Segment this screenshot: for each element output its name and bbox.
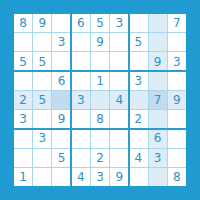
- cell-r6c5[interactable]: 8: [91, 110, 109, 128]
- cell-r9c2[interactable]: [33, 168, 51, 186]
- cell-r5c1[interactable]: 2: [14, 91, 32, 109]
- cell-r8c1[interactable]: [14, 149, 32, 167]
- cell-r7c9[interactable]: [168, 129, 186, 147]
- cell-r8c2[interactable]: [33, 149, 51, 167]
- cell-r7c8[interactable]: 6: [149, 129, 167, 147]
- cell-r8c7[interactable]: 4: [129, 149, 147, 167]
- cell-r8c4[interactable]: [72, 149, 90, 167]
- cell-r6c9[interactable]: [168, 110, 186, 128]
- cell-r1c4[interactable]: 6: [72, 14, 90, 32]
- cell-r7c3[interactable]: [52, 129, 70, 147]
- cell-r6c6[interactable]: [110, 110, 128, 128]
- cell-r7c5[interactable]: [91, 129, 109, 147]
- cell-r3c7[interactable]: [129, 52, 147, 70]
- cell-r3c1[interactable]: 5: [14, 52, 32, 70]
- cell-r9c8[interactable]: [149, 168, 167, 186]
- cell-r2c2[interactable]: [33, 33, 51, 51]
- cell-r2c4[interactable]: [72, 33, 90, 51]
- cell-r3c3[interactable]: [52, 52, 70, 70]
- cell-r5c7[interactable]: [129, 91, 147, 109]
- cell-r9c6[interactable]: 9: [110, 168, 128, 186]
- cell-r8c3[interactable]: 5: [52, 149, 70, 167]
- cell-r4c7[interactable]: 3: [129, 72, 147, 90]
- cell-r2c7[interactable]: 5: [129, 33, 147, 51]
- cell-r4c1[interactable]: [14, 72, 32, 90]
- cell-r7c2[interactable]: 3: [33, 129, 51, 147]
- cell-r8c8[interactable]: 3: [149, 149, 167, 167]
- cell-r4c5[interactable]: 1: [91, 72, 109, 90]
- cell-r3c2[interactable]: 5: [33, 52, 51, 70]
- cell-r9c5[interactable]: 3: [91, 168, 109, 186]
- cell-r1c3[interactable]: [52, 14, 70, 32]
- cell-r3c4[interactable]: [72, 52, 90, 70]
- sudoku-board: 8965373955593613253479398236524314398: [14, 14, 186, 186]
- cell-r5c3[interactable]: [52, 91, 70, 109]
- cell-r5c9[interactable]: 9: [168, 91, 186, 109]
- cell-r2c6[interactable]: [110, 33, 128, 51]
- cell-r2c3[interactable]: 3: [52, 33, 70, 51]
- cell-r1c8[interactable]: [149, 14, 167, 32]
- cell-r1c5[interactable]: 5: [91, 14, 109, 32]
- cell-r2c1[interactable]: [14, 33, 32, 51]
- cell-r6c7[interactable]: 2: [129, 110, 147, 128]
- cell-r6c4[interactable]: [72, 110, 90, 128]
- cell-r8c6[interactable]: [110, 149, 128, 167]
- cell-r9c7[interactable]: [129, 168, 147, 186]
- cell-r1c1[interactable]: 8: [14, 14, 32, 32]
- cell-r4c9[interactable]: [168, 72, 186, 90]
- cell-r4c6[interactable]: [110, 72, 128, 90]
- cell-r6c1[interactable]: 3: [14, 110, 32, 128]
- cell-r9c9[interactable]: 8: [168, 168, 186, 186]
- cell-r2c8[interactable]: [149, 33, 167, 51]
- cell-r1c9[interactable]: 7: [168, 14, 186, 32]
- cell-r6c3[interactable]: 9: [52, 110, 70, 128]
- cell-r9c3[interactable]: [52, 168, 70, 186]
- cell-r6c2[interactable]: [33, 110, 51, 128]
- cell-r8c5[interactable]: 2: [91, 149, 109, 167]
- cell-r3c8[interactable]: 9: [149, 52, 167, 70]
- cell-r3c9[interactable]: 3: [168, 52, 186, 70]
- cell-r5c8[interactable]: 7: [149, 91, 167, 109]
- cell-r2c9[interactable]: [168, 33, 186, 51]
- cell-r5c4[interactable]: 3: [72, 91, 90, 109]
- cell-r3c6[interactable]: [110, 52, 128, 70]
- cell-r9c4[interactable]: 4: [72, 168, 90, 186]
- cell-r4c2[interactable]: [33, 72, 51, 90]
- cell-r7c6[interactable]: [110, 129, 128, 147]
- cell-r2c5[interactable]: 9: [91, 33, 109, 51]
- cell-r1c6[interactable]: 3: [110, 14, 128, 32]
- cell-r6c8[interactable]: [149, 110, 167, 128]
- cell-r3c5[interactable]: [91, 52, 109, 70]
- cell-r9c1[interactable]: 1: [14, 168, 32, 186]
- cell-r4c8[interactable]: [149, 72, 167, 90]
- cell-r5c5[interactable]: [91, 91, 109, 109]
- cell-r5c6[interactable]: 4: [110, 91, 128, 109]
- cell-r7c1[interactable]: [14, 129, 32, 147]
- cell-r7c4[interactable]: [72, 129, 90, 147]
- cell-r4c3[interactable]: 6: [52, 72, 70, 90]
- cell-r1c7[interactable]: [129, 14, 147, 32]
- cell-r5c2[interactable]: 5: [33, 91, 51, 109]
- cell-r1c2[interactable]: 9: [33, 14, 51, 32]
- cell-r8c9[interactable]: [168, 149, 186, 167]
- cell-r4c4[interactable]: [72, 72, 90, 90]
- cell-r7c7[interactable]: [129, 129, 147, 147]
